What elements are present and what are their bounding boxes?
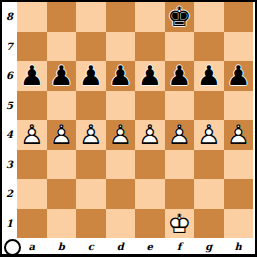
square-h5[interactable] — [224, 91, 254, 121]
square-a6[interactable]: ♟ — [17, 61, 47, 91]
square-d6[interactable]: ♟ — [106, 61, 136, 91]
piece-bP-d6[interactable]: ♟ — [108, 61, 132, 90]
square-h1[interactable] — [224, 209, 254, 239]
file-label-b: b — [47, 238, 77, 254]
piece-wP-b4[interactable]: ♟♙ — [49, 120, 73, 149]
rank-label-2: 2 — [2, 179, 17, 209]
square-f1[interactable]: ♚♔ — [165, 209, 195, 239]
square-a1[interactable] — [17, 209, 47, 239]
square-g2[interactable] — [194, 179, 224, 209]
file-label-e: e — [135, 238, 165, 254]
square-h3[interactable] — [224, 150, 254, 180]
piece-wP-f4[interactable]: ♟♙ — [167, 120, 191, 149]
piece-wP-g4[interactable]: ♟♙ — [197, 120, 221, 149]
rank-label-3: 3 — [2, 150, 17, 180]
square-a5[interactable] — [17, 91, 47, 121]
square-d5[interactable] — [106, 91, 136, 121]
piece-bP-e6[interactable]: ♟ — [138, 61, 162, 90]
square-f8[interactable]: ♚ — [165, 2, 195, 32]
square-b5[interactable] — [47, 91, 77, 121]
piece-wP-a4[interactable]: ♟♙ — [20, 120, 44, 149]
square-b1[interactable] — [47, 209, 77, 239]
square-a3[interactable] — [17, 150, 47, 180]
square-e6[interactable]: ♟ — [135, 61, 165, 91]
square-f5[interactable] — [165, 91, 195, 121]
square-c2[interactable] — [76, 179, 106, 209]
square-h7[interactable] — [224, 32, 254, 62]
rank-label-5: 5 — [2, 91, 17, 121]
square-f3[interactable] — [165, 150, 195, 180]
square-e5[interactable] — [135, 91, 165, 121]
square-c7[interactable] — [76, 32, 106, 62]
piece-wP-c4[interactable]: ♟♙ — [79, 120, 103, 149]
square-g8[interactable] — [194, 2, 224, 32]
square-d8[interactable] — [106, 2, 136, 32]
square-g3[interactable] — [194, 150, 224, 180]
piece-bP-c6[interactable]: ♟ — [79, 61, 103, 90]
piece-bP-g6[interactable]: ♟ — [197, 61, 221, 90]
rank-label-6: 6 — [2, 61, 17, 91]
square-a8[interactable] — [17, 2, 47, 32]
square-g4[interactable]: ♟♙ — [194, 120, 224, 150]
square-g1[interactable] — [194, 209, 224, 239]
file-label-h: h — [224, 238, 254, 254]
square-a4[interactable]: ♟♙ — [17, 120, 47, 150]
square-b7[interactable] — [47, 32, 77, 62]
square-h8[interactable] — [224, 2, 254, 32]
square-a2[interactable] — [17, 179, 47, 209]
turn-indicator-white-circle-icon — [4, 239, 21, 256]
file-labels: abcdefgh — [17, 238, 253, 254]
square-b8[interactable] — [47, 2, 77, 32]
piece-bP-h6[interactable]: ♟ — [226, 61, 250, 90]
piece-bP-a6[interactable]: ♟ — [20, 61, 44, 90]
file-label-c: c — [76, 238, 106, 254]
square-e8[interactable] — [135, 2, 165, 32]
square-d4[interactable]: ♟♙ — [106, 120, 136, 150]
square-c5[interactable] — [76, 91, 106, 121]
square-e2[interactable] — [135, 179, 165, 209]
square-e7[interactable] — [135, 32, 165, 62]
file-label-a: a — [17, 238, 47, 254]
rank-labels: 87654321 — [2, 2, 17, 238]
square-g7[interactable] — [194, 32, 224, 62]
piece-bK-f8[interactable]: ♚ — [167, 2, 191, 31]
piece-wP-e4[interactable]: ♟♙ — [138, 120, 162, 149]
square-c1[interactable] — [76, 209, 106, 239]
square-h2[interactable] — [224, 179, 254, 209]
square-c3[interactable] — [76, 150, 106, 180]
file-label-f: f — [165, 238, 195, 254]
square-e1[interactable] — [135, 209, 165, 239]
square-c6[interactable]: ♟ — [76, 61, 106, 91]
square-d3[interactable] — [106, 150, 136, 180]
piece-bP-b6[interactable]: ♟ — [49, 61, 73, 90]
square-f7[interactable] — [165, 32, 195, 62]
square-d7[interactable] — [106, 32, 136, 62]
square-b4[interactable]: ♟♙ — [47, 120, 77, 150]
square-e3[interactable] — [135, 150, 165, 180]
square-h4[interactable]: ♟♙ — [224, 120, 254, 150]
square-c4[interactable]: ♟♙ — [76, 120, 106, 150]
piece-wP-d4[interactable]: ♟♙ — [108, 120, 132, 149]
square-b6[interactable]: ♟ — [47, 61, 77, 91]
square-a7[interactable] — [17, 32, 47, 62]
square-h6[interactable]: ♟ — [224, 61, 254, 91]
rank-label-1: 1 — [2, 209, 17, 239]
board: ♚♟♟♟♟♟♟♟♟♟♙♟♙♟♙♟♙♟♙♟♙♟♙♟♙♚♔ — [17, 2, 253, 238]
square-d1[interactable] — [106, 209, 136, 239]
square-e4[interactable]: ♟♙ — [135, 120, 165, 150]
square-c8[interactable] — [76, 2, 106, 32]
square-g5[interactable] — [194, 91, 224, 121]
square-b2[interactable] — [47, 179, 77, 209]
rank-label-8: 8 — [2, 2, 17, 32]
rank-label-7: 7 — [2, 32, 17, 62]
square-f4[interactable]: ♟♙ — [165, 120, 195, 150]
square-b3[interactable] — [47, 150, 77, 180]
piece-bP-f6[interactable]: ♟ — [167, 61, 191, 90]
chess-diagram: ♚♟♟♟♟♟♟♟♟♟♙♟♙♟♙♟♙♟♙♟♙♟♙♟♙♚♔ 87654321 abc… — [0, 0, 257, 257]
piece-wK-f1[interactable]: ♚♔ — [167, 209, 191, 238]
rank-label-4: 4 — [2, 120, 17, 150]
square-g6[interactable]: ♟ — [194, 61, 224, 91]
square-f2[interactable] — [165, 179, 195, 209]
square-d2[interactable] — [106, 179, 136, 209]
file-label-g: g — [194, 238, 224, 254]
file-label-d: d — [106, 238, 136, 254]
piece-wP-h4[interactable]: ♟♙ — [226, 120, 250, 149]
square-f6[interactable]: ♟ — [165, 61, 195, 91]
